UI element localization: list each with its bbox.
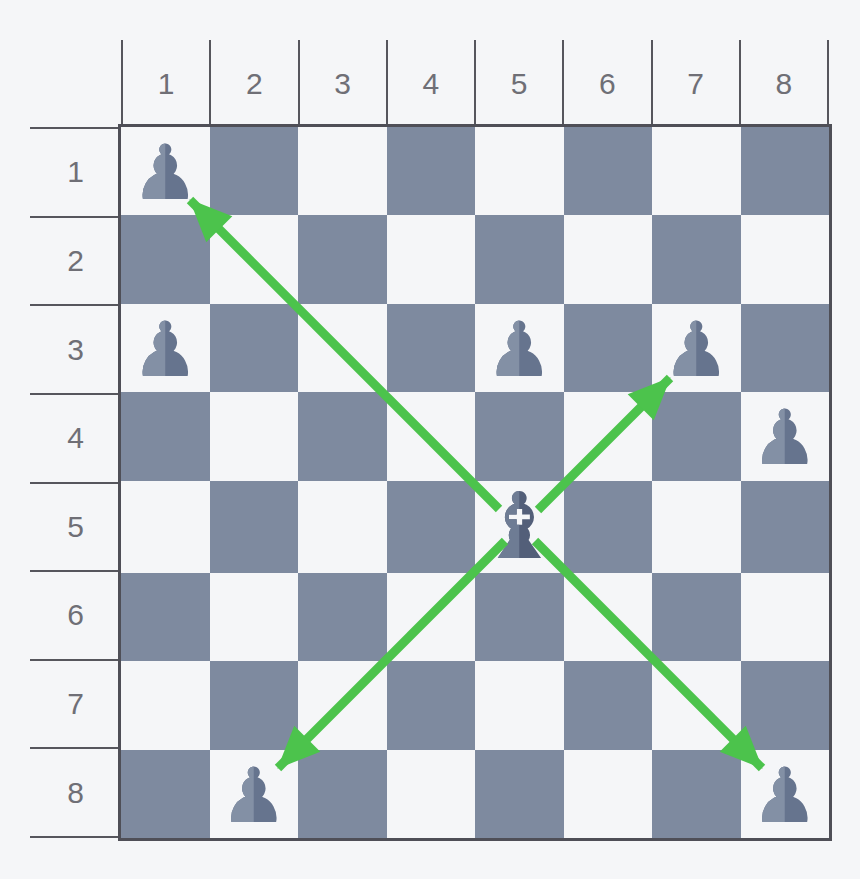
row-label-4: 4 [30,393,121,482]
row-label-5: 5 [30,482,121,571]
row-label-1: 1 [30,127,121,216]
square-c8r7[interactable] [741,661,830,749]
chess-board: ♟♟♟♟♟♟♟♟♟♟♝♝♟♟♟♟ [118,124,832,841]
column-label-5: 5 [474,40,562,127]
square-c5r2[interactable] [475,215,564,303]
piece-pawn[interactable]: ♟♟ [751,758,819,834]
square-c8r3[interactable] [741,304,830,392]
column-label-7: 7 [651,40,739,127]
square-c4r5[interactable] [387,481,476,573]
square-c7r5[interactable] [652,481,741,573]
square-c8r5[interactable] [741,481,830,573]
square-c6r2[interactable] [564,215,653,303]
square-c8r4[interactable]: ♟♟ [741,392,830,480]
square-c3r8[interactable] [298,750,387,838]
square-c1r8[interactable] [121,750,210,838]
square-c6r6[interactable] [564,573,653,661]
row-labels: 12345678 [30,127,121,838]
square-c6r3[interactable] [564,304,653,392]
square-c6r4[interactable] [564,392,653,480]
square-c4r1[interactable] [387,127,476,215]
square-c4r7[interactable] [387,661,476,749]
square-c1r6[interactable] [121,573,210,661]
square-c1r2[interactable] [121,215,210,303]
square-c7r1[interactable] [652,127,741,215]
square-c1r1[interactable]: ♟♟ [121,127,210,215]
square-c2r1[interactable] [210,127,299,215]
square-c2r7[interactable] [210,661,299,749]
square-c2r4[interactable] [210,392,299,480]
piece-bishop[interactable]: ♝♝ [478,481,560,573]
column-label-2: 2 [209,40,297,127]
square-c6r8[interactable] [564,750,653,838]
square-c5r3[interactable]: ♟♟ [475,304,564,392]
column-label-6: 6 [562,40,650,127]
square-c4r4[interactable] [387,392,476,480]
square-c1r5[interactable] [121,481,210,573]
square-c5r7[interactable] [475,661,564,749]
square-c1r4[interactable] [121,392,210,480]
square-c4r6[interactable] [387,573,476,661]
piece-pawn[interactable]: ♟♟ [131,312,199,388]
square-c2r8[interactable]: ♟♟ [210,750,299,838]
square-c7r7[interactable] [652,661,741,749]
square-c8r6[interactable] [741,573,830,661]
row-label-8: 8 [30,747,121,836]
square-c7r2[interactable] [652,215,741,303]
square-c3r1[interactable] [298,127,387,215]
column-label-1: 1 [121,40,209,127]
square-c1r7[interactable] [121,661,210,749]
square-c5r4[interactable] [475,392,564,480]
square-c3r7[interactable] [298,661,387,749]
square-c4r8[interactable] [387,750,476,838]
column-labels: 12345678 [121,40,829,127]
square-c3r4[interactable] [298,392,387,480]
square-c5r5[interactable]: ♝♝ [475,481,564,573]
piece-pawn[interactable]: ♟♟ [662,312,730,388]
square-c8r8[interactable]: ♟♟ [741,750,830,838]
square-c4r3[interactable] [387,304,476,392]
chess-exercise-diagram: 12345678 12345678 ♟♟♟♟♟♟♟♟♟♟♝♝♟♟♟♟ [0,0,860,879]
square-c5r1[interactable] [475,127,564,215]
square-c2r6[interactable] [210,573,299,661]
square-c2r3[interactable] [210,304,299,392]
column-label-4: 4 [386,40,474,127]
row-label-7: 7 [30,659,121,748]
column-label-8: 8 [739,40,827,127]
square-c2r2[interactable] [210,215,299,303]
square-c8r1[interactable] [741,127,830,215]
square-c3r2[interactable] [298,215,387,303]
piece-pawn[interactable]: ♟♟ [220,758,288,834]
square-c2r5[interactable] [210,481,299,573]
piece-pawn[interactable]: ♟♟ [751,400,819,476]
piece-pawn[interactable]: ♟♟ [485,312,553,388]
square-c8r2[interactable] [741,215,830,303]
square-c6r1[interactable] [564,127,653,215]
piece-pawn[interactable]: ♟♟ [131,135,199,211]
square-c1r3[interactable]: ♟♟ [121,304,210,392]
square-c7r8[interactable] [652,750,741,838]
square-c6r7[interactable] [564,661,653,749]
column-label-3: 3 [298,40,386,127]
square-c3r3[interactable] [298,304,387,392]
square-c7r3[interactable]: ♟♟ [652,304,741,392]
square-c4r2[interactable] [387,215,476,303]
row-label-6: 6 [30,570,121,659]
square-c7r4[interactable] [652,392,741,480]
square-c3r5[interactable] [298,481,387,573]
square-c6r5[interactable] [564,481,653,573]
square-c5r8[interactable] [475,750,564,838]
row-label-2: 2 [30,216,121,305]
square-c5r6[interactable] [475,573,564,661]
square-c7r6[interactable] [652,573,741,661]
row-label-3: 3 [30,304,121,393]
square-c3r6[interactable] [298,573,387,661]
